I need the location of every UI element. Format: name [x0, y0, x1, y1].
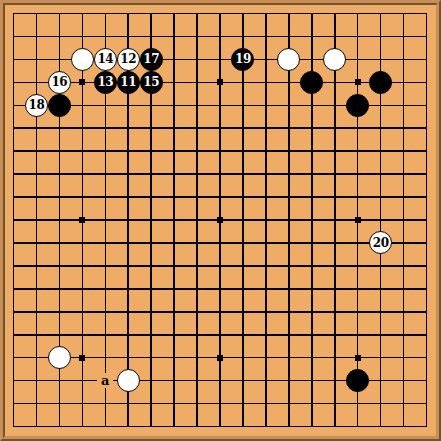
stone-white-F3: [117, 369, 140, 392]
move-number: 20: [373, 236, 389, 250]
board-layer: a14121716131115181920: [5, 5, 436, 436]
grid-line-h-12: [13, 265, 428, 267]
star-point: [79, 217, 85, 223]
stone-black-G16: 15: [140, 71, 163, 94]
move-number: 11: [120, 75, 136, 89]
stone-white-D17: [71, 48, 94, 71]
grid-line-h-15: [13, 334, 428, 336]
stone-black-G17: 17: [140, 48, 163, 71]
move-number: 16: [51, 75, 67, 89]
stone-black-C15: [48, 94, 71, 117]
star-point: [79, 355, 85, 361]
label-a: a: [97, 373, 113, 388]
grid-line-v-18: [403, 13, 405, 428]
grid-line-h-19: [13, 426, 428, 428]
stone-black-L17: 19: [231, 48, 254, 71]
stone-white-B15: 18: [25, 94, 48, 117]
move-number: 17: [143, 52, 159, 66]
grid-line-h-14: [13, 311, 428, 313]
stone-black-E16: 13: [94, 71, 117, 94]
move-number: 18: [29, 98, 45, 112]
star-point: [217, 217, 223, 223]
star-point: [355, 355, 361, 361]
stone-black-R16: [369, 71, 392, 94]
stone-black-F16: 11: [117, 71, 140, 94]
move-number: 14: [97, 52, 113, 66]
stone-white-C16: 16: [48, 71, 71, 94]
grid-line-v-13: [288, 13, 290, 428]
stone-white-P17: [323, 48, 346, 71]
stone-white-N17: [277, 48, 300, 71]
stone-black-O16: [300, 71, 323, 94]
star-point: [355, 79, 361, 85]
stone-black-Q3: [346, 369, 369, 392]
grid-line-h-11: [13, 242, 428, 244]
grid-line-v-12: [265, 13, 267, 428]
grid-line-v-15: [334, 13, 336, 428]
stone-white-C4: [48, 346, 71, 369]
move-number: 15: [143, 75, 159, 89]
stone-white-R9: 20: [369, 231, 392, 254]
move-number: 19: [235, 52, 251, 66]
star-point: [217, 355, 223, 361]
go-board: a14121716131115181920: [0, 0, 441, 441]
stone-white-E17: 14: [94, 48, 117, 71]
star-point: [79, 79, 85, 85]
star-point: [217, 79, 223, 85]
grid-line-v-11: [242, 13, 244, 428]
star-point: [355, 217, 361, 223]
move-number: 12: [120, 52, 136, 66]
grid-line-v-19: [426, 13, 428, 428]
grid-line-h-13: [13, 288, 428, 290]
grid-line-h-18: [13, 403, 428, 405]
stone-white-F17: 12: [117, 48, 140, 71]
move-number: 13: [97, 75, 113, 89]
stone-black-Q15: [346, 94, 369, 117]
